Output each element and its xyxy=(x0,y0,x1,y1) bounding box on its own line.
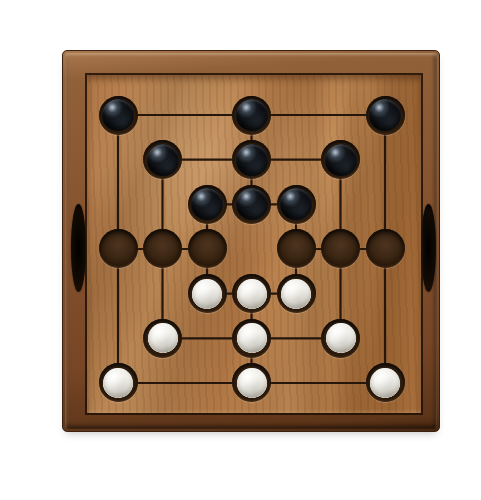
black-piece[interactable]: ● xyxy=(147,144,179,176)
white-piece[interactable]: ● xyxy=(326,323,356,353)
point-g7[interactable]: ● xyxy=(363,93,408,138)
page-background: ●●●●●●●●●●●●●●●●●● xyxy=(0,0,481,500)
board-hole: ● xyxy=(232,96,271,135)
point-b6[interactable]: ● xyxy=(140,137,185,182)
board-hole: ● xyxy=(99,96,138,135)
point-f4[interactable] xyxy=(318,227,363,272)
point-b2[interactable]: ● xyxy=(140,316,185,361)
board-hole xyxy=(143,229,182,268)
black-piece[interactable]: ● xyxy=(325,144,357,176)
white-piece[interactable]: ● xyxy=(237,279,267,309)
black-piece[interactable]: ● xyxy=(191,188,223,220)
board-hole: ● xyxy=(232,274,271,313)
board-hole: ● xyxy=(143,319,182,358)
white-piece[interactable]: ● xyxy=(237,323,267,353)
point-a7[interactable]: ● xyxy=(96,93,141,138)
black-piece[interactable]: ● xyxy=(236,99,268,131)
black-piece[interactable]: ● xyxy=(236,188,268,220)
board-hole: ● xyxy=(143,140,182,179)
board-hole: ● xyxy=(366,96,405,135)
board-hole xyxy=(99,229,138,268)
board-hole xyxy=(321,229,360,268)
point-a1[interactable]: ● xyxy=(96,361,141,406)
white-piece[interactable]: ● xyxy=(370,368,400,398)
point-a4[interactable] xyxy=(96,227,141,272)
point-d3[interactable]: ● xyxy=(229,271,274,316)
black-piece[interactable]: ● xyxy=(236,144,268,176)
board-hole xyxy=(188,229,227,268)
board-grid: ●●●●●●●●●●●●●●●●●● xyxy=(96,93,408,406)
board-hole xyxy=(277,229,316,268)
point-c3[interactable]: ● xyxy=(185,271,230,316)
point-e5[interactable]: ● xyxy=(274,182,319,227)
board-hole: ● xyxy=(321,140,360,179)
board-hole xyxy=(366,229,405,268)
point-d5[interactable]: ● xyxy=(229,182,274,227)
board-hole: ● xyxy=(321,319,360,358)
white-piece[interactable]: ● xyxy=(237,368,267,398)
board-hole: ● xyxy=(232,185,271,224)
board-hole: ● xyxy=(277,274,316,313)
black-piece[interactable]: ● xyxy=(369,99,401,131)
point-f6[interactable]: ● xyxy=(318,137,363,182)
board-hole: ● xyxy=(188,274,227,313)
white-piece[interactable]: ● xyxy=(192,279,222,309)
board-hole: ● xyxy=(232,363,271,402)
white-piece[interactable]: ● xyxy=(281,279,311,309)
point-c4[interactable] xyxy=(185,227,230,272)
game-box: ●●●●●●●●●●●●●●●●●● xyxy=(62,50,440,432)
board-hole: ● xyxy=(232,319,271,358)
black-piece[interactable]: ● xyxy=(280,188,312,220)
point-d1[interactable]: ● xyxy=(229,361,274,406)
board-hole: ● xyxy=(188,185,227,224)
point-g4[interactable] xyxy=(363,227,408,272)
point-g1[interactable]: ● xyxy=(363,361,408,406)
point-e3[interactable]: ● xyxy=(274,271,319,316)
point-d2[interactable]: ● xyxy=(229,316,274,361)
board-hole: ● xyxy=(232,140,271,179)
board-hole: ● xyxy=(99,363,138,402)
point-d6[interactable]: ● xyxy=(229,137,274,182)
board-surface: ●●●●●●●●●●●●●●●●●● xyxy=(87,75,421,413)
point-f2[interactable]: ● xyxy=(318,316,363,361)
white-piece[interactable]: ● xyxy=(148,323,178,353)
point-c5[interactable]: ● xyxy=(185,182,230,227)
point-e4[interactable] xyxy=(274,227,319,272)
point-d7[interactable]: ● xyxy=(229,93,274,138)
handle-notch-right xyxy=(421,204,436,292)
white-piece[interactable]: ● xyxy=(103,368,133,398)
point-b4[interactable] xyxy=(140,227,185,272)
board-hole: ● xyxy=(366,363,405,402)
board-hole: ● xyxy=(277,185,316,224)
handle-notch-left xyxy=(71,204,86,292)
black-piece[interactable]: ● xyxy=(102,99,134,131)
